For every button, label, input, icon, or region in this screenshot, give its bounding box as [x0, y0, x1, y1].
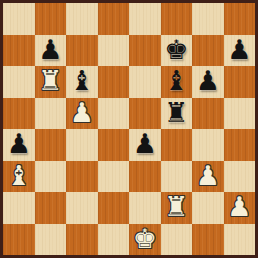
- square-g5[interactable]: [192, 98, 224, 130]
- square-a3[interactable]: ♝: [3, 161, 35, 193]
- square-a1[interactable]: [3, 224, 35, 256]
- square-b5[interactable]: [35, 98, 67, 130]
- square-c7[interactable]: [66, 35, 98, 67]
- square-b4[interactable]: [35, 129, 67, 161]
- square-g6[interactable]: ♟: [192, 66, 224, 98]
- square-c1[interactable]: [66, 224, 98, 256]
- piece-white-pawn[interactable]: ♟: [196, 162, 220, 189]
- square-d6[interactable]: [98, 66, 130, 98]
- square-f8[interactable]: [161, 3, 193, 35]
- square-g3[interactable]: ♟: [192, 161, 224, 193]
- square-g1[interactable]: [192, 224, 224, 256]
- piece-black-pawn[interactable]: ♟: [227, 36, 251, 63]
- square-c4[interactable]: [66, 129, 98, 161]
- square-d7[interactable]: [98, 35, 130, 67]
- square-g2[interactable]: [192, 192, 224, 224]
- square-h6[interactable]: [224, 66, 256, 98]
- piece-white-rook[interactable]: ♜: [38, 67, 62, 94]
- square-a5[interactable]: [3, 98, 35, 130]
- square-g4[interactable]: [192, 129, 224, 161]
- square-c5[interactable]: ♟: [66, 98, 98, 130]
- piece-black-pawn[interactable]: ♟: [196, 67, 220, 94]
- piece-black-pawn[interactable]: ♟: [38, 36, 62, 63]
- square-f1[interactable]: [161, 224, 193, 256]
- square-d2[interactable]: [98, 192, 130, 224]
- square-f4[interactable]: [161, 129, 193, 161]
- square-e8[interactable]: [129, 3, 161, 35]
- square-a4[interactable]: ♟: [3, 129, 35, 161]
- piece-white-pawn[interactable]: ♟: [70, 99, 94, 126]
- square-a8[interactable]: [3, 3, 35, 35]
- square-f7[interactable]: ♚: [161, 35, 193, 67]
- square-b1[interactable]: [35, 224, 67, 256]
- square-c2[interactable]: [66, 192, 98, 224]
- square-h2[interactable]: ♟: [224, 192, 256, 224]
- square-f3[interactable]: [161, 161, 193, 193]
- piece-white-rook[interactable]: ♜: [164, 193, 188, 220]
- square-e7[interactable]: [129, 35, 161, 67]
- piece-black-pawn[interactable]: ♟: [7, 130, 31, 157]
- square-c3[interactable]: [66, 161, 98, 193]
- square-c6[interactable]: ♝: [66, 66, 98, 98]
- square-a2[interactable]: [3, 192, 35, 224]
- square-d1[interactable]: [98, 224, 130, 256]
- piece-black-pawn[interactable]: ♟: [133, 130, 157, 157]
- square-f6[interactable]: ♝: [161, 66, 193, 98]
- square-c8[interactable]: [66, 3, 98, 35]
- square-e3[interactable]: [129, 161, 161, 193]
- chess-board: ♟♚♟♜♝♝♟♟♜♟♟♝♟♜♟♚: [0, 0, 258, 258]
- square-d5[interactable]: [98, 98, 130, 130]
- square-g8[interactable]: [192, 3, 224, 35]
- square-e2[interactable]: [129, 192, 161, 224]
- square-h3[interactable]: [224, 161, 256, 193]
- piece-white-king[interactable]: ♚: [133, 225, 157, 252]
- square-e4[interactable]: ♟: [129, 129, 161, 161]
- square-d4[interactable]: [98, 129, 130, 161]
- square-f2[interactable]: ♜: [161, 192, 193, 224]
- square-h5[interactable]: [224, 98, 256, 130]
- square-h1[interactable]: [224, 224, 256, 256]
- square-d3[interactable]: [98, 161, 130, 193]
- square-h4[interactable]: [224, 129, 256, 161]
- square-g7[interactable]: [192, 35, 224, 67]
- square-d8[interactable]: [98, 3, 130, 35]
- square-a6[interactable]: [3, 66, 35, 98]
- square-b6[interactable]: ♜: [35, 66, 67, 98]
- piece-white-pawn[interactable]: ♟: [227, 193, 251, 220]
- square-h8[interactable]: [224, 3, 256, 35]
- square-h7[interactable]: ♟: [224, 35, 256, 67]
- piece-black-bishop[interactable]: ♝: [70, 67, 94, 94]
- square-e1[interactable]: ♚: [129, 224, 161, 256]
- square-e5[interactable]: [129, 98, 161, 130]
- square-a7[interactable]: [3, 35, 35, 67]
- square-b3[interactable]: [35, 161, 67, 193]
- piece-white-bishop[interactable]: ♝: [7, 162, 31, 189]
- piece-black-bishop[interactable]: ♝: [164, 67, 188, 94]
- square-b7[interactable]: ♟: [35, 35, 67, 67]
- square-e6[interactable]: [129, 66, 161, 98]
- square-f5[interactable]: ♜: [161, 98, 193, 130]
- square-b8[interactable]: [35, 3, 67, 35]
- piece-black-king[interactable]: ♚: [164, 36, 188, 63]
- square-b2[interactable]: [35, 192, 67, 224]
- piece-black-rook[interactable]: ♜: [164, 99, 188, 126]
